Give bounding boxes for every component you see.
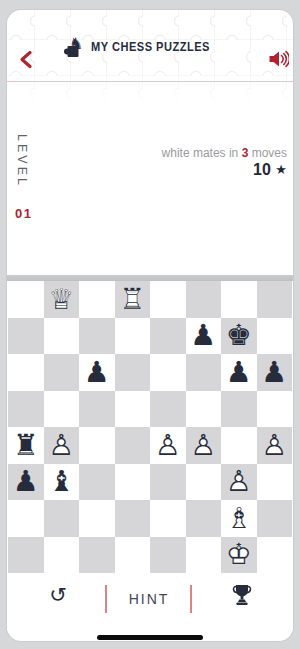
square-d7[interactable]	[115, 318, 151, 355]
stars-reward: 10 ★	[253, 161, 287, 179]
sound-on-icon[interactable]	[268, 49, 289, 69]
piece-glyph: ♜	[8, 427, 44, 464]
square-h6[interactable]: ♟	[257, 354, 293, 391]
phone-frame: ♞ MY CHESS PUZZLES LEVEL 01 white mates …	[0, 0, 300, 649]
star-icon: ★	[275, 162, 287, 177]
piece-white-rook-d8[interactable]: ♜♖	[115, 281, 151, 318]
square-b3[interactable]: ♝	[44, 464, 80, 501]
piece-white-pawn-g3[interactable]: ♟♙	[221, 464, 257, 501]
square-f4[interactable]: ♟♙	[186, 427, 222, 464]
piece-glyph: ♝	[44, 464, 80, 501]
square-h1[interactable]	[257, 537, 293, 574]
square-g5[interactable]	[221, 391, 257, 428]
square-e6[interactable]	[150, 354, 186, 391]
square-a5[interactable]	[8, 391, 44, 428]
level-number: 01	[15, 206, 32, 221]
piece-glyph: ♟	[186, 318, 222, 355]
piece-black-pawn-f7[interactable]: ♟	[186, 318, 222, 355]
piece-outline: ♙	[257, 427, 293, 464]
piece-black-bishop-b3[interactable]: ♝	[44, 464, 80, 501]
toolbar-divider	[190, 585, 192, 613]
piece-outline: ♙	[44, 427, 80, 464]
square-c8[interactable]	[79, 281, 115, 318]
square-d5[interactable]	[115, 391, 151, 428]
piece-glyph: ♚	[221, 318, 257, 355]
home-indicator[interactable]	[97, 635, 203, 640]
square-c4[interactable]	[79, 427, 115, 464]
piece-black-pawn-c6[interactable]: ♟	[79, 354, 115, 391]
square-a6[interactable]	[8, 354, 44, 391]
square-f2[interactable]	[186, 500, 222, 537]
square-h2[interactable]	[257, 500, 293, 537]
title-group: ♞ MY CHESS PUZZLES	[7, 10, 293, 82]
piece-glyph: ♟	[257, 354, 293, 391]
square-c6[interactable]: ♟	[79, 354, 115, 391]
square-c5[interactable]	[79, 391, 115, 428]
square-b5[interactable]	[44, 391, 80, 428]
piece-black-rook-a4[interactable]: ♜	[8, 427, 44, 464]
toolbar-divider	[105, 585, 107, 613]
svg-text:♞: ♞	[69, 33, 83, 52]
piece-glyph: ♟	[221, 354, 257, 391]
square-c7[interactable]	[79, 318, 115, 355]
piece-white-pawn-h4[interactable]: ♟♙	[257, 427, 293, 464]
piece-white-pawn-e4[interactable]: ♟♙	[150, 427, 186, 464]
square-a8[interactable]	[8, 281, 44, 318]
hint-button[interactable]: HINT	[112, 587, 186, 611]
square-g6[interactable]: ♟	[221, 354, 257, 391]
square-b8[interactable]: ♛♕	[44, 281, 80, 318]
objective-suffix: moves	[248, 146, 287, 160]
square-d1[interactable]	[115, 537, 151, 574]
piece-black-pawn-a3[interactable]: ♟	[8, 464, 44, 501]
square-a1[interactable]	[8, 537, 44, 574]
piece-outline: ♙	[186, 427, 222, 464]
square-a3[interactable]: ♟	[8, 464, 44, 501]
square-c1[interactable]	[79, 537, 115, 574]
square-e8[interactable]	[150, 281, 186, 318]
square-d6[interactable]	[115, 354, 151, 391]
square-d8[interactable]: ♜♖	[115, 281, 151, 318]
square-f5[interactable]	[186, 391, 222, 428]
square-b2[interactable]	[44, 500, 80, 537]
square-h7[interactable]	[257, 318, 293, 355]
bottom-toolbar: ↺ HINT	[7, 573, 293, 631]
square-f1[interactable]	[186, 537, 222, 574]
square-g1[interactable]: ♚♔	[221, 537, 257, 574]
piece-outline: ♗	[221, 500, 257, 537]
square-h8[interactable]	[257, 281, 293, 318]
square-b4[interactable]: ♟♙	[44, 427, 80, 464]
square-e1[interactable]	[150, 537, 186, 574]
square-e5[interactable]	[150, 391, 186, 428]
piece-black-pawn-h6[interactable]: ♟	[257, 354, 293, 391]
chess-board: ♛♕♜♖♟♚♟♟♟♜♟♙♟♙♟♙♟♙♟♝♟♙♝♗♚♔	[8, 281, 292, 573]
piece-white-pawn-f4[interactable]: ♟♙	[186, 427, 222, 464]
piece-white-queen-b8[interactable]: ♛♕	[44, 281, 80, 318]
square-e7[interactable]	[150, 318, 186, 355]
header: ♞ MY CHESS PUZZLES	[7, 10, 293, 82]
square-d2[interactable]	[115, 500, 151, 537]
knight-puzzle-logo-icon: ♞	[63, 33, 87, 58]
square-g8[interactable]	[221, 281, 257, 318]
square-e3[interactable]	[150, 464, 186, 501]
square-f7[interactable]: ♟	[186, 318, 222, 355]
square-a4[interactable]: ♜	[8, 427, 44, 464]
stars-count: 10	[253, 161, 271, 178]
square-g2[interactable]: ♝♗	[221, 500, 257, 537]
piece-glyph: ♟	[79, 354, 115, 391]
square-h5[interactable]	[257, 391, 293, 428]
square-f8[interactable]	[186, 281, 222, 318]
piece-outline: ♙	[221, 464, 257, 501]
square-a7[interactable]	[8, 318, 44, 355]
piece-black-pawn-g6[interactable]: ♟	[221, 354, 257, 391]
puzzle-objective: white mates in 3 moves	[162, 146, 287, 160]
piece-outline: ♕	[44, 281, 80, 318]
square-d4[interactable]	[115, 427, 151, 464]
level-label: LEVEL	[15, 134, 29, 188]
square-d3[interactable]	[115, 464, 151, 501]
square-e4[interactable]: ♟♙	[150, 427, 186, 464]
square-b6[interactable]	[44, 354, 80, 391]
square-g4[interactable]	[221, 427, 257, 464]
trophy-button[interactable]	[231, 583, 253, 607]
restart-button[interactable]: ↺	[46, 582, 70, 608]
piece-glyph: ♟	[8, 464, 44, 501]
piece-outline: ♔	[221, 537, 257, 574]
square-b1[interactable]	[44, 537, 80, 574]
square-h3[interactable]	[257, 464, 293, 501]
piece-white-king-g1[interactable]: ♚♔	[221, 537, 257, 574]
square-c3[interactable]	[79, 464, 115, 501]
piece-white-bishop-g2[interactable]: ♝♗	[221, 500, 257, 537]
square-e2[interactable]	[150, 500, 186, 537]
square-f3[interactable]	[186, 464, 222, 501]
square-g3[interactable]: ♟♙	[221, 464, 257, 501]
square-g7[interactable]: ♚	[221, 318, 257, 355]
piece-white-pawn-b4[interactable]: ♟♙	[44, 427, 80, 464]
app-title: MY CHESS PUZZLES	[91, 39, 210, 54]
square-f6[interactable]	[186, 354, 222, 391]
piece-outline: ♖	[115, 281, 151, 318]
piece-outline: ♙	[150, 427, 186, 464]
objective-prefix: white mates in	[162, 146, 242, 160]
piece-black-king-g7[interactable]: ♚	[221, 318, 257, 355]
square-h4[interactable]: ♟♙	[257, 427, 293, 464]
square-a2[interactable]	[8, 500, 44, 537]
app-screen: ♞ MY CHESS PUZZLES LEVEL 01 white mates …	[7, 10, 293, 641]
restart-icon: ↺	[49, 583, 67, 607]
square-b7[interactable]	[44, 318, 80, 355]
header-divider	[7, 81, 293, 82]
square-c2[interactable]	[79, 500, 115, 537]
